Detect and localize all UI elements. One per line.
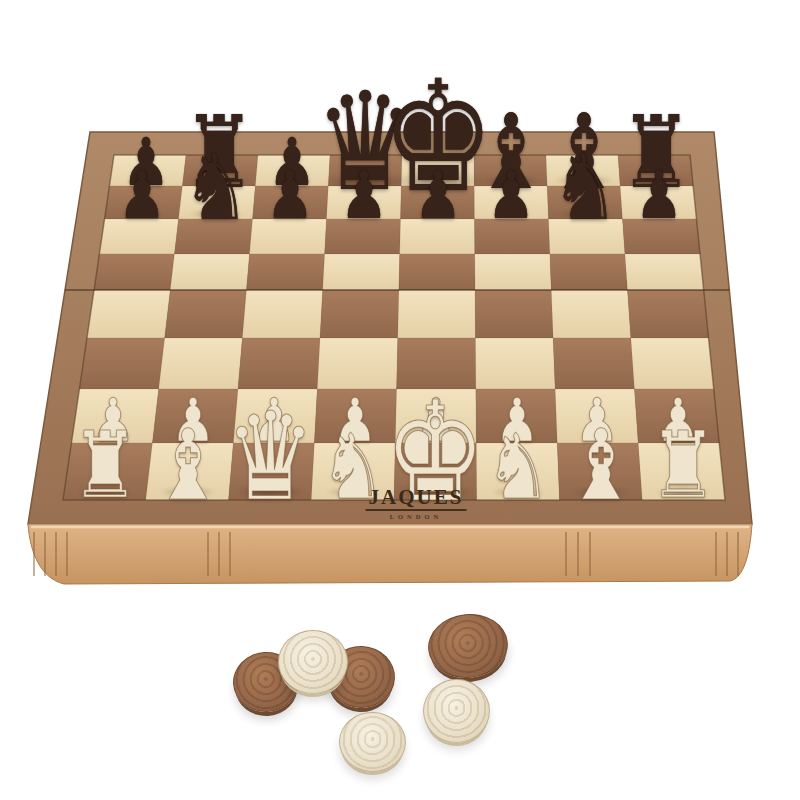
board-square xyxy=(317,338,397,389)
product-photo: ♟♜♟♛♚♝♝♜♟♞♟♟♟♟♞♟♟♟♟♟♟♟♟♟♜♝♛♞♚♞♝♜ JAQUES … xyxy=(0,0,800,800)
piece-contact-shadow xyxy=(492,209,532,218)
piece-contact-shadow xyxy=(234,484,307,500)
board-square xyxy=(94,254,174,290)
piece-contact-shadow xyxy=(552,174,614,188)
piece-contact-shadow xyxy=(272,177,312,186)
board-square xyxy=(475,338,555,389)
brand-subtitle: LONDON xyxy=(366,513,467,520)
piece-contact-shadow xyxy=(579,432,615,440)
piece-contact-shadow xyxy=(479,174,541,188)
board-square xyxy=(551,290,631,338)
piece-contact-shadow xyxy=(571,486,630,499)
piece-contact-shadow xyxy=(95,432,131,440)
board-square xyxy=(398,290,476,338)
piece-contact-shadow xyxy=(270,209,310,218)
board-square xyxy=(165,290,247,338)
board-square xyxy=(99,219,178,254)
board-square xyxy=(170,254,249,290)
board-square xyxy=(79,338,164,389)
board-front-edge xyxy=(28,524,752,584)
board-square xyxy=(325,219,401,254)
board-square xyxy=(174,219,252,254)
piece-contact-shadow xyxy=(656,486,711,498)
piece-contact-shadow xyxy=(158,486,217,499)
board-square xyxy=(475,254,551,290)
board-square xyxy=(475,290,553,338)
board-square xyxy=(553,338,634,389)
chess-board xyxy=(0,0,800,800)
piece-contact-shadow xyxy=(175,432,211,440)
piece-contact-shadow xyxy=(188,208,243,220)
piece-contact-shadow xyxy=(122,209,162,218)
board-square xyxy=(397,338,476,389)
board-square xyxy=(631,338,714,389)
brand-logo: JAQUES LONDON xyxy=(366,488,467,520)
board-square xyxy=(87,290,170,338)
piece-contact-shadow xyxy=(189,174,249,187)
board-square xyxy=(550,254,628,290)
piece-contact-shadow xyxy=(660,432,696,440)
board-square xyxy=(475,219,550,254)
piece-contact-shadow xyxy=(78,486,133,498)
board-square xyxy=(238,338,320,389)
board-square xyxy=(400,219,475,254)
brand-name: JAQUES xyxy=(366,488,467,511)
board-square xyxy=(323,254,400,290)
board-square xyxy=(549,219,625,254)
board-square xyxy=(622,219,700,254)
piece-contact-shadow xyxy=(491,486,545,498)
board-square xyxy=(246,254,324,290)
piece-contact-shadow xyxy=(344,209,384,218)
board-square xyxy=(159,338,243,389)
piece-contact-shadow xyxy=(418,209,458,218)
board-square xyxy=(320,290,399,338)
piece-contact-shadow xyxy=(639,209,679,218)
piece-contact-shadow xyxy=(337,432,373,440)
piece-contact-shadow xyxy=(392,171,484,191)
draughts-piece-cream xyxy=(278,630,348,694)
piece-contact-shadow xyxy=(256,432,292,440)
board-square xyxy=(399,254,475,290)
board-square xyxy=(250,219,327,254)
piece-contact-shadow xyxy=(418,432,454,440)
piece-contact-shadow xyxy=(626,174,686,187)
draughts-piece-cream xyxy=(423,679,490,743)
piece-contact-shadow xyxy=(499,432,535,440)
board-square xyxy=(627,290,708,338)
piece-contact-shadow xyxy=(127,177,167,186)
board-square xyxy=(625,254,704,290)
board-square xyxy=(242,290,322,338)
piece-contact-shadow xyxy=(558,208,613,220)
